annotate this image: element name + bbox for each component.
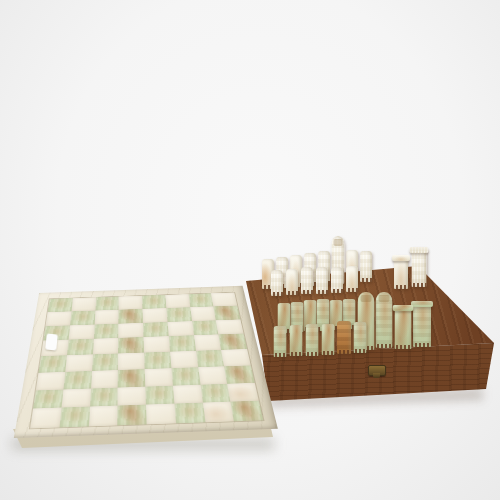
board-square: [65, 354, 92, 371]
board-square: [91, 370, 119, 388]
board-square: [88, 406, 117, 427]
board-square: [30, 408, 61, 429]
white-pawn-piece: [346, 266, 358, 292]
board-square: [71, 297, 95, 311]
board-square: [216, 319, 244, 334]
board-square: [211, 292, 237, 306]
board-square: [214, 305, 241, 320]
board-square: [224, 365, 254, 383]
white-pawn-piece: [271, 270, 283, 296]
board-square: [146, 404, 176, 425]
green-rook-piece: [413, 301, 431, 347]
board-square: [94, 310, 118, 325]
board-square: [63, 371, 91, 389]
white-chess-piece: [360, 251, 372, 282]
chessboard: [14, 286, 278, 438]
board-square: [36, 372, 65, 390]
board-square: [38, 355, 66, 372]
board-square: [48, 298, 73, 312]
board-square: [219, 334, 248, 350]
board-square: [119, 309, 143, 324]
board-square: [142, 308, 167, 323]
white-pawn-piece: [331, 267, 343, 293]
board-square: [227, 382, 259, 401]
green-chess-piece: [306, 324, 319, 356]
white-rook-piece: [412, 247, 427, 287]
board-square: [89, 387, 117, 406]
board-square: [68, 324, 94, 340]
board-square: [188, 293, 213, 307]
board-square: [196, 350, 225, 367]
board-square: [119, 296, 143, 310]
green-chess-piece: [337, 321, 351, 354]
board-square: [144, 352, 171, 369]
board-square: [198, 366, 228, 384]
board-square: [166, 307, 192, 322]
board-square: [118, 353, 145, 370]
chess-set-photo: [0, 0, 500, 500]
board-square: [202, 402, 234, 423]
board-square: [143, 322, 169, 337]
board-square: [92, 338, 118, 354]
white-pawn-piece: [316, 267, 328, 294]
board-square: [118, 405, 147, 426]
board-grid: [29, 292, 265, 429]
board-square: [194, 335, 222, 351]
green-chess-piece: [322, 324, 335, 355]
board-square: [174, 403, 205, 424]
board-square: [118, 337, 144, 353]
board-square: [46, 311, 72, 326]
board-square: [145, 385, 174, 404]
board-square: [145, 368, 173, 386]
board-square: [93, 323, 118, 338]
white-pawn-piece: [301, 267, 313, 294]
board-square: [70, 310, 95, 325]
board-square: [167, 321, 193, 336]
green-chess-piece: [274, 326, 287, 357]
green-king-piece: [376, 292, 393, 348]
board-square: [168, 335, 195, 351]
board-square: [92, 353, 119, 370]
board-square: [170, 351, 198, 368]
green-chess-piece: [354, 322, 367, 353]
board-square: [33, 389, 63, 409]
board-square: [173, 384, 203, 403]
board-square: [118, 369, 145, 387]
board-square: [190, 306, 216, 321]
green-chess-piece: [290, 325, 303, 356]
board-square: [143, 336, 169, 352]
white-rook-piece: [394, 255, 408, 289]
board-square: [221, 349, 250, 366]
white-pawn-piece: [286, 269, 298, 295]
board-square: [118, 323, 143, 338]
board-square: [59, 407, 89, 428]
board-square: [165, 294, 190, 308]
board-square: [231, 401, 264, 422]
lot-sticker: [45, 333, 58, 350]
board-square: [61, 388, 90, 408]
board-square: [200, 383, 231, 402]
board-square: [142, 295, 166, 309]
board-square: [192, 320, 219, 335]
board-square: [171, 367, 200, 385]
board-square: [67, 339, 94, 355]
board-square: [118, 386, 146, 405]
board-square: [95, 296, 119, 310]
green-rook-piece: [395, 305, 412, 349]
